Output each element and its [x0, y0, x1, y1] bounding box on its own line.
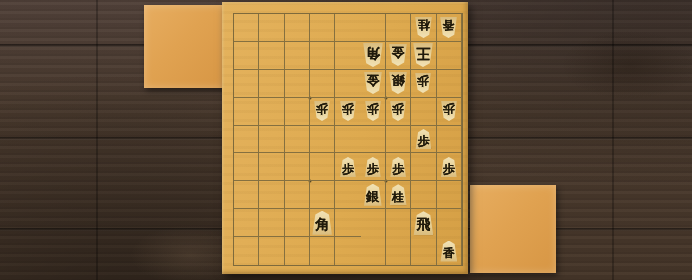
piece-gote-lance-1a[interactable]: 香 [440, 17, 457, 38]
square-8h[interactable] [259, 209, 284, 237]
square-6g[interactable] [310, 181, 335, 209]
square-2h[interactable]: 飛 [411, 209, 436, 237]
board-grid: 桂香角金王金銀歩歩歩歩歩歩歩歩歩歩歩銀桂角飛香 [233, 13, 463, 266]
square-6f[interactable] [310, 153, 335, 181]
square-8e[interactable] [259, 126, 284, 154]
square-4h[interactable] [361, 209, 386, 237]
square-9d[interactable] [234, 98, 259, 126]
square-9i[interactable] [234, 237, 259, 265]
square-6b[interactable] [310, 42, 335, 70]
square-6c[interactable] [310, 70, 335, 98]
square-7h[interactable] [285, 209, 310, 237]
piece-sente-lance-1i[interactable]: 香 [440, 241, 457, 262]
square-1c[interactable] [437, 70, 462, 98]
square-4f[interactable]: 歩 [361, 153, 386, 181]
square-5i[interactable] [335, 237, 360, 265]
square-3h[interactable] [386, 209, 411, 237]
piece-sente-bishop-6h[interactable]: 角 [312, 211, 332, 235]
square-7a[interactable] [285, 14, 310, 42]
square-7f[interactable] [285, 153, 310, 181]
square-7c[interactable] [285, 70, 310, 98]
square-6h[interactable]: 角 [310, 209, 335, 237]
piece-sente-rook-2h[interactable]: 飛 [413, 211, 433, 235]
square-5f[interactable]: 歩 [335, 153, 360, 181]
piece-sente-pawn-2e[interactable]: 歩 [415, 129, 431, 149]
piece-gote-gold-3b[interactable]: 金 [389, 44, 407, 66]
piece-sente-knight-3g[interactable]: 桂 [390, 184, 407, 205]
square-7d[interactable] [285, 98, 310, 126]
square-5c[interactable] [335, 70, 360, 98]
square-5a[interactable] [335, 14, 360, 42]
square-6d[interactable]: 歩 [310, 98, 335, 126]
square-9b[interactable] [234, 42, 259, 70]
square-1f[interactable]: 歩 [437, 153, 462, 181]
square-1b[interactable] [437, 42, 462, 70]
square-9a[interactable] [234, 14, 259, 42]
square-7i[interactable] [285, 237, 310, 265]
square-1g[interactable] [437, 181, 462, 209]
square-1d[interactable]: 歩 [437, 98, 462, 126]
square-1i[interactable]: 香 [437, 237, 462, 265]
square-3g[interactable]: 桂 [386, 181, 411, 209]
piece-sente-pawn-4f[interactable]: 歩 [365, 157, 381, 177]
piece-sente-pawn-5f[interactable]: 歩 [340, 157, 356, 177]
piece-gote-pawn-2c[interactable]: 歩 [415, 73, 431, 93]
piece-gote-gold-4c[interactable]: 金 [364, 72, 382, 94]
square-2c[interactable]: 歩 [411, 70, 436, 98]
piece-gote-pawn-4d[interactable]: 歩 [365, 101, 381, 121]
square-2d[interactable] [411, 98, 436, 126]
piece-sente-silver-4g[interactable]: 銀 [364, 184, 382, 206]
square-3f[interactable]: 歩 [386, 153, 411, 181]
square-7g[interactable] [285, 181, 310, 209]
square-3i[interactable] [386, 237, 411, 265]
square-4d[interactable]: 歩 [361, 98, 386, 126]
piece-gote-pawn-1d[interactable]: 歩 [441, 101, 457, 121]
square-8b[interactable] [259, 42, 284, 70]
piece-gote-pawn-6d[interactable]: 歩 [314, 101, 330, 121]
square-5h[interactable] [335, 209, 360, 237]
piece-sente-pawn-1f[interactable]: 歩 [441, 157, 457, 177]
square-4b[interactable]: 角 [361, 42, 386, 70]
square-5d[interactable]: 歩 [335, 98, 360, 126]
square-2b[interactable]: 王 [411, 42, 436, 70]
square-8f[interactable] [259, 153, 284, 181]
plank-seam-vertical [96, 0, 98, 280]
square-1h[interactable] [437, 209, 462, 237]
square-3d[interactable]: 歩 [386, 98, 411, 126]
piece-gote-pawn-5d[interactable]: 歩 [340, 101, 356, 121]
piece-gote-king-2b[interactable]: 王 [413, 43, 433, 67]
piece-gote-pawn-3d[interactable]: 歩 [390, 101, 406, 121]
square-5b[interactable] [335, 42, 360, 70]
square-9e[interactable] [234, 126, 259, 154]
square-9f[interactable] [234, 153, 259, 181]
square-2i[interactable] [411, 237, 436, 265]
square-8g[interactable] [259, 181, 284, 209]
square-5e[interactable] [335, 126, 360, 154]
square-8c[interactable] [259, 70, 284, 98]
square-3b[interactable]: 金 [386, 42, 411, 70]
square-6i[interactable] [310, 237, 335, 265]
square-1a[interactable]: 香 [437, 14, 462, 42]
table-scene: 桂香角金王金銀歩歩歩歩歩歩歩歩歩歩歩銀桂角飛香 [0, 0, 692, 280]
square-6a[interactable] [310, 14, 335, 42]
square-9g[interactable] [234, 181, 259, 209]
square-2g[interactable] [411, 181, 436, 209]
square-4a[interactable] [361, 14, 386, 42]
plank-seam-vertical [612, 0, 614, 280]
shogi-board: 桂香角金王金銀歩歩歩歩歩歩歩歩歩歩歩銀桂角飛香 [222, 2, 468, 274]
square-1e[interactable] [437, 126, 462, 154]
square-8i[interactable] [259, 237, 284, 265]
square-4c[interactable]: 金 [361, 70, 386, 98]
square-5g[interactable] [335, 181, 360, 209]
square-3e[interactable] [386, 126, 411, 154]
square-9h[interactable] [234, 209, 259, 237]
square-3a[interactable] [386, 14, 411, 42]
square-8d[interactable] [259, 98, 284, 126]
square-2e[interactable]: 歩 [411, 126, 436, 154]
komadai-gote [144, 5, 225, 88]
komadai-sente [470, 185, 556, 273]
square-7e[interactable] [285, 126, 310, 154]
piece-gote-bishop-4b[interactable]: 角 [363, 43, 383, 67]
square-2f[interactable] [411, 153, 436, 181]
piece-gote-knight-2a[interactable]: 桂 [415, 17, 432, 38]
square-7b[interactable] [285, 42, 310, 70]
square-9c[interactable] [234, 70, 259, 98]
square-2a[interactable]: 桂 [411, 14, 436, 42]
piece-sente-pawn-3f[interactable]: 歩 [390, 157, 406, 177]
square-4e[interactable] [361, 126, 386, 154]
piece-gote-silver-3c[interactable]: 銀 [389, 72, 407, 94]
square-6e[interactable] [310, 126, 335, 154]
wood-grain-knot [560, 30, 692, 100]
square-3c[interactable]: 銀 [386, 70, 411, 98]
square-4g[interactable]: 銀 [361, 181, 386, 209]
square-8a[interactable] [259, 14, 284, 42]
square-4i[interactable] [361, 237, 386, 265]
